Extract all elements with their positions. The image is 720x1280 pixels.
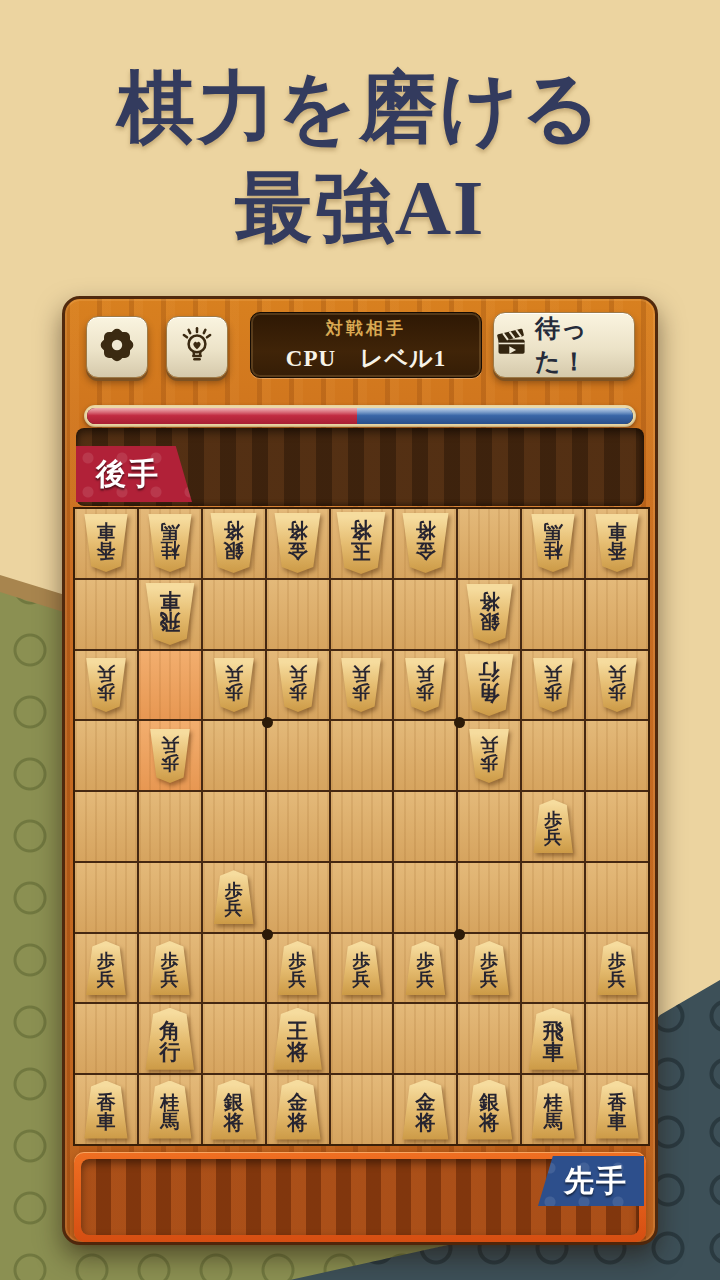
board-cell-3e[interactable] <box>458 792 520 861</box>
board-cell-1f[interactable] <box>586 863 648 932</box>
board-cell-7i[interactable]: 銀将 <box>203 1075 265 1144</box>
board-cell-5h[interactable] <box>331 1004 393 1073</box>
board-cell-8d[interactable]: 歩兵 <box>139 721 201 790</box>
board-cell-6e[interactable] <box>267 792 329 861</box>
piece-歩兵-sente[interactable]: 歩兵 <box>212 870 256 924</box>
board-cell-7g[interactable] <box>203 934 265 1003</box>
board-cell-4g[interactable]: 歩兵 <box>394 934 456 1003</box>
piece-香車-sente[interactable]: 香車 <box>593 1081 641 1139</box>
board-cell-5f[interactable] <box>331 863 393 932</box>
board-cell-4e[interactable] <box>394 792 456 861</box>
opponent-label: 対戦相手 <box>326 317 406 340</box>
opponent-name: CPU レベル1 <box>286 343 446 374</box>
board-cell-8b[interactable]: 飛車 <box>139 580 201 649</box>
board-cell-9c[interactable]: 歩兵 <box>75 651 137 720</box>
gote-label-text: 後手 <box>96 454 160 495</box>
board-cell-9h[interactable] <box>75 1004 137 1073</box>
board-cell-2e[interactable]: 歩兵 <box>522 792 584 861</box>
board-cell-8i[interactable]: 桂馬 <box>139 1075 201 1144</box>
piece-歩兵-sente[interactable]: 歩兵 <box>595 941 639 995</box>
board-cell-2g[interactable] <box>522 934 584 1003</box>
piece-香車-sente[interactable]: 香車 <box>82 1081 130 1139</box>
piece-歩兵-gote[interactable]: 歩兵 <box>212 658 256 712</box>
board-cell-3a[interactable] <box>458 509 520 578</box>
page-title-line1: 棋力を磨ける <box>0 58 720 158</box>
board-cell-3d[interactable]: 歩兵 <box>458 721 520 790</box>
piece-銀将-gote[interactable]: 銀将 <box>464 584 515 644</box>
board-cell-8a[interactable]: 桂馬 <box>139 509 201 578</box>
board-cell-1a[interactable]: 香車 <box>586 509 648 578</box>
board-cell-7a[interactable]: 銀将 <box>203 509 265 578</box>
piece-歩兵-gote[interactable]: 歩兵 <box>467 729 511 783</box>
board-cell-2h[interactable]: 飛車 <box>522 1004 584 1073</box>
board-cell-9g[interactable]: 歩兵 <box>75 934 137 1003</box>
piece-香車-gote[interactable]: 香車 <box>82 514 130 572</box>
board-cell-4b[interactable] <box>394 580 456 649</box>
board-cell-5c[interactable]: 歩兵 <box>331 651 393 720</box>
piece-玉将-gote[interactable]: 玉将 <box>334 512 388 574</box>
piece-歩兵-gote[interactable]: 歩兵 <box>403 658 447 712</box>
board-cell-4a[interactable]: 金将 <box>394 509 456 578</box>
piece-香車-gote[interactable]: 香車 <box>593 514 641 572</box>
lightbulb-icon <box>176 324 218 370</box>
time-bar <box>84 405 636 427</box>
board-cell-4f[interactable] <box>394 863 456 932</box>
board-cell-5d[interactable] <box>331 721 393 790</box>
board-cell-2b[interactable] <box>522 580 584 649</box>
board-cell-7c[interactable]: 歩兵 <box>203 651 265 720</box>
board-cell-5i[interactable] <box>331 1075 393 1144</box>
piece-歩兵-sente[interactable]: 歩兵 <box>339 941 383 995</box>
piece-歩兵-gote[interactable]: 歩兵 <box>339 658 383 712</box>
piece-歩兵-gote[interactable]: 歩兵 <box>148 729 192 783</box>
board-cell-1b[interactable] <box>586 580 648 649</box>
board-cell-9d[interactable] <box>75 721 137 790</box>
board-cell-8h[interactable]: 角行 <box>139 1004 201 1073</box>
piece-飛車-gote[interactable]: 飛車 <box>143 583 197 645</box>
page-title: 棋力を磨ける 最強AI <box>0 58 720 258</box>
undo-button[interactable]: 待った！ <box>493 312 635 378</box>
board-cell-1h[interactable] <box>586 1004 648 1073</box>
board-cell-6h[interactable]: 王将 <box>267 1004 329 1073</box>
board-star-point <box>262 929 273 940</box>
piece-金将-sente[interactable]: 金将 <box>272 1080 323 1140</box>
board-cell-4d[interactable] <box>394 721 456 790</box>
board-cell-1g[interactable]: 歩兵 <box>586 934 648 1003</box>
board-cell-6d[interactable] <box>267 721 329 790</box>
piece-金将-gote[interactable]: 金将 <box>272 513 323 573</box>
board-cell-8c[interactable] <box>139 651 201 720</box>
board-cell-7f[interactable]: 歩兵 <box>203 863 265 932</box>
piece-角行-sente[interactable]: 角行 <box>143 1008 197 1070</box>
board-cell-5e[interactable] <box>331 792 393 861</box>
piece-歩兵-sente[interactable]: 歩兵 <box>84 941 128 995</box>
piece-歩兵-sente[interactable]: 歩兵 <box>403 941 447 995</box>
piece-歩兵-sente[interactable]: 歩兵 <box>276 941 320 995</box>
piece-角行-gote[interactable]: 角行 <box>462 654 516 716</box>
piece-歩兵-gote[interactable]: 歩兵 <box>84 658 128 712</box>
board-cell-1i[interactable]: 香車 <box>586 1075 648 1144</box>
board-star-point <box>454 717 465 728</box>
piece-歩兵-sente[interactable]: 歩兵 <box>531 799 575 853</box>
gote-label: 後手 <box>76 446 192 502</box>
board-cell-9i[interactable]: 香車 <box>75 1075 137 1144</box>
piece-王将-sente[interactable]: 王将 <box>271 1008 325 1070</box>
board-cell-2d[interactable] <box>522 721 584 790</box>
board-cell-4c[interactable]: 歩兵 <box>394 651 456 720</box>
game-window: 対戦相手 CPU レベル1 待った！ 後手 <box>62 296 658 1245</box>
time-bar-gote-segment <box>87 408 357 424</box>
board-cell-3g[interactable]: 歩兵 <box>458 934 520 1003</box>
board-cell-6a[interactable]: 金将 <box>267 509 329 578</box>
board-cell-6b[interactable] <box>267 580 329 649</box>
piece-銀将-sente[interactable]: 銀将 <box>464 1080 515 1140</box>
board-cell-8f[interactable] <box>139 863 201 932</box>
board-cell-5b[interactable] <box>331 580 393 649</box>
board-cell-9a[interactable]: 香車 <box>75 509 137 578</box>
piece-歩兵-sente[interactable]: 歩兵 <box>148 941 192 995</box>
board-cell-3f[interactable] <box>458 863 520 932</box>
board-cell-9e[interactable] <box>75 792 137 861</box>
sente-label: 先手 <box>538 1156 644 1206</box>
board-cell-3c[interactable]: 角行 <box>458 651 520 720</box>
board-cell-6i[interactable]: 金将 <box>267 1075 329 1144</box>
piece-桂馬-sente[interactable]: 桂馬 <box>146 1081 194 1139</box>
undo-button-label: 待った！ <box>535 312 634 378</box>
time-bar-sente-segment <box>357 408 633 424</box>
board-cell-6c[interactable]: 歩兵 <box>267 651 329 720</box>
board-cell-1d[interactable] <box>586 721 648 790</box>
board-cell-9b[interactable] <box>75 580 137 649</box>
piece-金将-gote[interactable]: 金将 <box>400 513 451 573</box>
board-cell-7h[interactable] <box>203 1004 265 1073</box>
board-cell-8g[interactable]: 歩兵 <box>139 934 201 1003</box>
board-cell-5a[interactable]: 玉将 <box>331 509 393 578</box>
piece-銀将-gote[interactable]: 銀将 <box>208 513 259 573</box>
board-cell-9f[interactable] <box>75 863 137 932</box>
piece-桂馬-sente[interactable]: 桂馬 <box>529 1081 577 1139</box>
page-title-line2: 最強AI <box>0 158 720 258</box>
clapperboard-icon <box>494 325 530 365</box>
board-cell-2f[interactable] <box>522 863 584 932</box>
board-cell-5g[interactable]: 歩兵 <box>331 934 393 1003</box>
board-star-point <box>262 717 273 728</box>
board-cell-2a[interactable]: 桂馬 <box>522 509 584 578</box>
piece-歩兵-gote[interactable]: 歩兵 <box>595 658 639 712</box>
board-cell-2i[interactable]: 桂馬 <box>522 1075 584 1144</box>
board-cell-4h[interactable] <box>394 1004 456 1073</box>
board-cell-1c[interactable]: 歩兵 <box>586 651 648 720</box>
piece-歩兵-gote[interactable]: 歩兵 <box>276 658 320 712</box>
shogi-board[interactable]: 香車桂馬銀将金将玉将金将桂馬香車飛車銀将歩兵歩兵歩兵歩兵歩兵角行歩兵歩兵歩兵歩兵… <box>73 507 650 1146</box>
board-cell-8e[interactable] <box>139 792 201 861</box>
piece-歩兵-sente[interactable]: 歩兵 <box>467 941 511 995</box>
board-cell-3h[interactable] <box>458 1004 520 1073</box>
piece-飛車-sente[interactable]: 飛車 <box>526 1008 580 1070</box>
board-cell-7d[interactable] <box>203 721 265 790</box>
board-cell-7e[interactable] <box>203 792 265 861</box>
piece-金将-sente[interactable]: 金将 <box>400 1080 451 1140</box>
board-cell-6g[interactable]: 歩兵 <box>267 934 329 1003</box>
sente-label-text: 先手 <box>564 1161 628 1202</box>
piece-桂馬-gote[interactable]: 桂馬 <box>146 514 194 572</box>
board-cell-3i[interactable]: 銀将 <box>458 1075 520 1144</box>
settings-button[interactable] <box>86 316 148 378</box>
board-cell-3b[interactable]: 銀将 <box>458 580 520 649</box>
hint-button[interactable] <box>166 316 228 378</box>
board-cell-2c[interactable]: 歩兵 <box>522 651 584 720</box>
piece-桂馬-gote[interactable]: 桂馬 <box>529 514 577 572</box>
piece-銀将-sente[interactable]: 銀将 <box>208 1080 259 1140</box>
board-cell-4i[interactable]: 金将 <box>394 1075 456 1144</box>
board-star-point <box>454 929 465 940</box>
board-cell-7b[interactable] <box>203 580 265 649</box>
opponent-panel: 対戦相手 CPU レベル1 <box>250 312 482 378</box>
board-cell-6f[interactable] <box>267 863 329 932</box>
gear-icon <box>97 325 137 369</box>
board-cell-1e[interactable] <box>586 792 648 861</box>
piece-歩兵-gote[interactable]: 歩兵 <box>531 658 575 712</box>
